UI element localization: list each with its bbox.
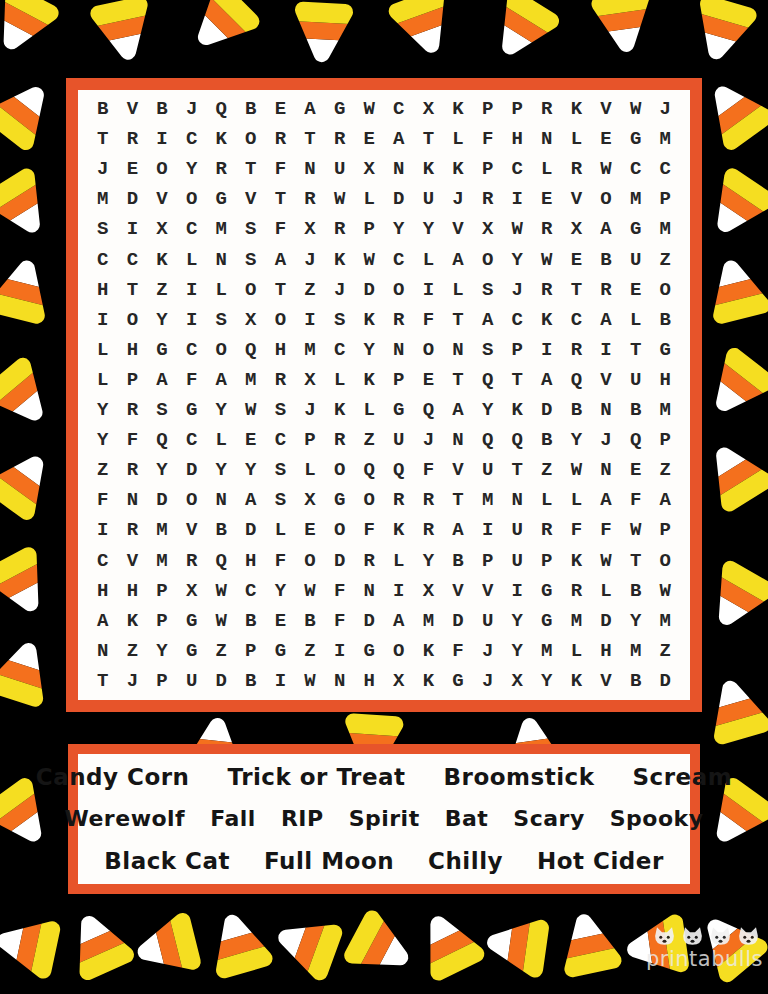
grid-cell-r10-c4: F <box>177 365 207 395</box>
grid-cell-r18-c16: G <box>532 606 562 636</box>
dog-icon <box>708 924 733 949</box>
grid-cell-r5-c1: S <box>88 214 118 244</box>
grid-cell-r16-c4: R <box>177 546 207 576</box>
candy-corn-icon <box>0 252 59 333</box>
word-item: Werewolf <box>64 806 185 831</box>
grid-cell-r15-c1: I <box>88 515 118 545</box>
grid-cell-r7-c6: O <box>236 275 266 305</box>
grid-cell-r10-c13: T <box>443 365 473 395</box>
candy-corn-icon <box>200 905 278 987</box>
grid-cell-r18-c19: Y <box>621 606 651 636</box>
word-item: Broomstick <box>444 764 595 790</box>
grid-cell-r17-c9: F <box>325 576 355 606</box>
grid-cell-r3-c9: U <box>325 154 355 184</box>
grid-cell-r13-c20: Z <box>650 455 680 485</box>
grid-cell-r8-c18: A <box>591 305 621 335</box>
grid-cell-r9-c6: Q <box>236 335 266 365</box>
grid-cell-r14-c7: S <box>266 485 296 515</box>
grid-cell-r6-c1: C <box>88 245 118 275</box>
word-item: Spooky <box>610 806 704 831</box>
grid-cell-r5-c11: Y <box>384 214 414 244</box>
grid-cell-r5-c10: P <box>354 214 384 244</box>
grid-cell-r10-c10: K <box>354 365 384 395</box>
grid-cell-r9-c14: S <box>473 335 503 365</box>
grid-cell-r20-c3: P <box>147 666 177 696</box>
grid-cell-r5-c5: M <box>206 214 236 244</box>
dog-icon <box>652 924 677 949</box>
grid-cell-r10-c9: L <box>325 365 355 395</box>
grid-cell-r19-c18: H <box>591 636 621 666</box>
grid-cell-r15-c10: F <box>354 515 384 545</box>
grid-cell-r6-c6: S <box>236 245 266 275</box>
grid-cell-r19-c5: Z <box>206 636 236 666</box>
grid-cell-r12-c15: Q <box>502 425 532 455</box>
candy-corn-icon <box>382 0 464 65</box>
word-bank: Candy CornTrick or TreatBroomstickScream… <box>68 744 700 894</box>
grid-cell-r11-c18: N <box>591 395 621 425</box>
grid-cell-r5-c14: X <box>473 214 503 244</box>
grid-cell-r18-c18: D <box>591 606 621 636</box>
grid-cell-r7-c10: D <box>354 275 384 305</box>
grid-cell-r16-c14: P <box>473 546 503 576</box>
grid-cell-r8-c5: S <box>206 305 236 335</box>
grid-cell-r7-c9: J <box>325 275 355 305</box>
grid-cell-r11-c13: A <box>443 395 473 425</box>
grid-cell-r16-c20: O <box>650 546 680 576</box>
grid-cell-r18-c14: U <box>473 606 503 636</box>
grid-cell-r19-c2: Z <box>118 636 148 666</box>
grid-cell-r1-c13: K <box>443 94 473 124</box>
word-item: Spirit <box>349 806 420 831</box>
grid-cell-r15-c17: F <box>562 515 592 545</box>
grid-cell-r7-c13: L <box>443 275 473 305</box>
grid-cell-r20-c16: Y <box>532 666 562 696</box>
grid-cell-r8-c9: S <box>325 305 355 335</box>
grid-cell-r8-c20: B <box>650 305 680 335</box>
grid-cell-r14-c17: L <box>562 485 592 515</box>
grid-cell-r19-c4: G <box>177 636 207 666</box>
grid-cell-r2-c19: G <box>621 124 651 154</box>
dog-icon <box>680 924 705 949</box>
grid-cell-r19-c16: M <box>532 636 562 666</box>
grid-cell-r13-c5: Y <box>206 455 236 485</box>
grid-cell-r1-c14: P <box>473 94 503 124</box>
grid-cell-r3-c12: K <box>414 154 444 184</box>
word-bank-line-3: Black CatFull MoonChillyHot Cider <box>82 848 686 874</box>
grid-cell-r5-c19: G <box>621 214 651 244</box>
grid-cell-r9-c18: I <box>591 335 621 365</box>
grid-cell-r17-c5: W <box>206 576 236 606</box>
grid-cell-r2-c12: T <box>414 124 444 154</box>
grid-cell-r4-c4: O <box>177 184 207 214</box>
grid-cell-r5-c7: F <box>266 214 296 244</box>
grid-cell-r20-c20: D <box>650 666 680 696</box>
grid-cell-r3-c10: X <box>354 154 384 184</box>
grid-cell-r4-c14: R <box>473 184 503 214</box>
grid-cell-r20-c10: H <box>354 666 384 696</box>
grid-cell-r20-c19: B <box>621 666 651 696</box>
grid-cell-r10-c11: P <box>384 365 414 395</box>
grid-cell-r17-c4: X <box>177 576 207 606</box>
candy-corn-icon <box>694 158 768 249</box>
grid-cell-r20-c4: U <box>177 666 207 696</box>
grid-cell-r7-c5: L <box>206 275 236 305</box>
grid-cell-r4-c20: P <box>650 184 680 214</box>
candy-corn-icon <box>57 902 141 989</box>
grid-cell-r20-c8: W <box>295 666 325 696</box>
grid-cell-r8-c15: C <box>502 305 532 335</box>
grid-cell-r10-c12: E <box>414 365 444 395</box>
grid-cell-r20-c15: X <box>502 666 532 696</box>
grid-cell-r12-c16: B <box>532 425 562 455</box>
grid-cell-r5-c15: W <box>502 214 532 244</box>
grid-cell-r14-c15: N <box>502 485 532 515</box>
grid-cell-r6-c2: C <box>118 245 148 275</box>
grid-cell-r3-c14: P <box>473 154 503 184</box>
grid-cell-r14-c18: A <box>591 485 621 515</box>
grid-cell-r15-c6: D <box>236 515 266 545</box>
grid-cell-r17-c8: W <box>295 576 325 606</box>
grid-cell-r6-c12: L <box>414 245 444 275</box>
grid-cell-r8-c19: L <box>621 305 651 335</box>
grid-cell-r18-c15: Y <box>502 606 532 636</box>
grid-cell-r14-c3: D <box>147 485 177 515</box>
grid-cell-r9-c19: T <box>621 335 651 365</box>
grid-cell-r8-c11: R <box>384 305 414 335</box>
grid-cell-r2-c5: K <box>206 124 236 154</box>
grid-cell-r19-c15: Y <box>502 636 532 666</box>
grid-cell-r18-c6: B <box>236 606 266 636</box>
grid-cell-r18-c4: G <box>177 606 207 636</box>
grid-cell-r18-c13: D <box>443 606 473 636</box>
dog-icon <box>736 924 761 949</box>
grid-cell-r16-c6: H <box>236 546 266 576</box>
grid-cell-r12-c6: E <box>236 425 266 455</box>
grid-cell-r10-c15: T <box>502 365 532 395</box>
grid-cell-r8-c6: X <box>236 305 266 335</box>
grid-cell-r7-c4: I <box>177 275 207 305</box>
grid-cell-r4-c17: V <box>562 184 592 214</box>
grid-cell-r14-c9: G <box>325 485 355 515</box>
grid-cell-r11-c6: W <box>236 395 266 425</box>
grid-cell-r6-c5: N <box>206 245 236 275</box>
grid-cell-r6-c17: E <box>562 245 592 275</box>
grid-cell-r2-c8: T <box>295 124 325 154</box>
grid-cell-r11-c7: S <box>266 395 296 425</box>
grid-cell-r6-c20: Z <box>650 245 680 275</box>
grid-cell-r4-c16: E <box>532 184 562 214</box>
grid-cell-r15-c11: K <box>384 515 414 545</box>
grid-cell-r7-c7: T <box>266 275 296 305</box>
grid-cell-r12-c14: Q <box>473 425 503 455</box>
grid-cell-r11-c10: L <box>354 395 384 425</box>
grid-cell-r14-c14: M <box>473 485 503 515</box>
grid-cell-r2-c10: E <box>354 124 384 154</box>
grid-cell-r19-c7: G <box>266 636 296 666</box>
grid-cell-r5-c9: R <box>325 214 355 244</box>
grid-cell-r3-c8: N <box>295 154 325 184</box>
grid-cell-r11-c3: S <box>147 395 177 425</box>
grid-cell-r1-c3: B <box>147 94 177 124</box>
grid-cell-r14-c20: A <box>650 485 680 515</box>
grid-cell-r1-c19: W <box>621 94 651 124</box>
grid-cell-r19-c3: Y <box>147 636 177 666</box>
grid-cell-r1-c7: E <box>266 94 296 124</box>
grid-cell-r6-c9: K <box>325 245 355 275</box>
grid-cell-r17-c2: H <box>118 576 148 606</box>
grid-cell-r14-c19: F <box>621 485 651 515</box>
grid-cell-r8-c17: C <box>562 305 592 335</box>
candy-corn-icon <box>0 68 66 160</box>
grid-cell-r2-c20: M <box>650 124 680 154</box>
grid-cell-r2-c14: F <box>473 124 503 154</box>
grid-cell-r17-c16: G <box>532 576 562 606</box>
grid-cell-r12-c8: P <box>295 425 325 455</box>
grid-cell-r9-c17: R <box>562 335 592 365</box>
grid-cell-r7-c1: H <box>88 275 118 305</box>
grid-cell-r8-c2: O <box>118 305 148 335</box>
grid-cell-r13-c4: D <box>177 455 207 485</box>
grid-cell-r3-c3: O <box>147 154 177 184</box>
grid-cell-r1-c4: J <box>177 94 207 124</box>
grid-cell-r5-c18: A <box>591 214 621 244</box>
grid-cell-r16-c5: Q <box>206 546 236 576</box>
grid-cell-r5-c20: M <box>650 214 680 244</box>
grid-cell-r20-c18: V <box>591 666 621 696</box>
grid-cell-r19-c9: I <box>325 636 355 666</box>
grid-cell-r1-c9: G <box>325 94 355 124</box>
grid-cell-r13-c7: S <box>266 455 296 485</box>
grid-cell-r4-c1: M <box>88 184 118 214</box>
grid-cell-r20-c12: K <box>414 666 444 696</box>
grid-cell-r3-c4: Y <box>177 154 207 184</box>
grid-cell-r17-c12: X <box>414 576 444 606</box>
grid-cell-r2-c2: R <box>118 124 148 154</box>
grid-cell-r16-c15: U <box>502 546 532 576</box>
candy-corn-icon <box>177 0 269 66</box>
grid-cell-r19-c20: Z <box>650 636 680 666</box>
grid-cell-r18-c17: M <box>562 606 592 636</box>
grid-cell-r2-c13: L <box>443 124 473 154</box>
grid-cell-r14-c4: O <box>177 485 207 515</box>
grid-cell-r17-c10: N <box>354 576 384 606</box>
letter-grid: BVBJQBEAGWCXKPPRKVWJTRICKORTREATLFHNLEGM… <box>78 90 690 700</box>
grid-cell-r17-c3: P <box>147 576 177 606</box>
grid-cell-r7-c8: Z <box>295 275 325 305</box>
grid-cell-r4-c10: L <box>354 184 384 214</box>
grid-cell-r16-c9: D <box>325 546 355 576</box>
grid-cell-r10-c18: V <box>591 365 621 395</box>
grid-cell-r13-c16: Z <box>532 455 562 485</box>
grid-cell-r4-c18: O <box>591 184 621 214</box>
grid-cell-r1-c5: Q <box>206 94 236 124</box>
grid-cell-r18-c9: F <box>325 606 355 636</box>
grid-cell-r15-c12: R <box>414 515 444 545</box>
grid-cell-r11-c11: G <box>384 395 414 425</box>
grid-cell-r4-c2: D <box>118 184 148 214</box>
grid-cell-r3-c16: L <box>532 154 562 184</box>
grid-cell-r9-c20: G <box>650 335 680 365</box>
grid-cell-r11-c2: R <box>118 395 148 425</box>
grid-cell-r13-c17: W <box>562 455 592 485</box>
grid-cell-r9-c9: C <box>325 335 355 365</box>
grid-cell-r9-c10: Y <box>354 335 384 365</box>
grid-cell-r17-c18: L <box>591 576 621 606</box>
grid-cell-r20-c11: X <box>384 666 414 696</box>
grid-cell-r19-c14: J <box>473 636 503 666</box>
word-bank-line-2: WerewolfFallRIPSpiritBatScarySpooky <box>82 806 686 831</box>
grid-cell-r3-c18: W <box>591 154 621 184</box>
grid-cell-r10-c19: U <box>621 365 651 395</box>
grid-cell-r19-c11: O <box>384 636 414 666</box>
grid-cell-r18-c7: E <box>266 606 296 636</box>
grid-cell-r9-c13: N <box>443 335 473 365</box>
grid-cell-r6-c19: U <box>621 245 651 275</box>
grid-cell-r13-c6: Y <box>236 455 266 485</box>
grid-cell-r11-c19: B <box>621 395 651 425</box>
grid-cell-r10-c1: L <box>88 365 118 395</box>
grid-cell-r7-c11: O <box>384 275 414 305</box>
grid-cell-r1-c8: A <box>295 94 325 124</box>
grid-cell-r14-c11: R <box>384 485 414 515</box>
grid-cell-r6-c13: A <box>443 245 473 275</box>
grid-cell-r12-c10: Z <box>354 425 384 455</box>
grid-cell-r13-c1: Z <box>88 455 118 485</box>
grid-cell-r10-c17: Q <box>562 365 592 395</box>
grid-cell-r9-c1: L <box>88 335 118 365</box>
grid-cell-r2-c17: L <box>562 124 592 154</box>
grid-cell-r15-c19: W <box>621 515 651 545</box>
grid-cell-r20-c1: T <box>88 666 118 696</box>
grid-cell-r11-c20: M <box>650 395 680 425</box>
grid-cell-r12-c9: R <box>325 425 355 455</box>
grid-cell-r19-c1: N <box>88 636 118 666</box>
grid-cell-r14-c10: O <box>354 485 384 515</box>
grid-cell-r5-c8: X <box>295 214 325 244</box>
grid-cell-r13-c13: V <box>443 455 473 485</box>
grid-cell-r15-c7: L <box>266 515 296 545</box>
grid-cell-r1-c6: B <box>236 94 266 124</box>
word-item: Trick or Treat <box>227 764 405 790</box>
grid-cell-r8-c3: Y <box>147 305 177 335</box>
grid-cell-r7-c19: E <box>621 275 651 305</box>
grid-cell-r3-c15: C <box>502 154 532 184</box>
candy-corn-icon <box>406 902 492 990</box>
grid-cell-r15-c3: M <box>147 515 177 545</box>
candy-corn-icon <box>0 438 66 529</box>
grid-cell-r6-c14: O <box>473 245 503 275</box>
grid-cell-r13-c15: T <box>502 455 532 485</box>
grid-cell-r17-c15: I <box>502 576 532 606</box>
grid-cell-r11-c14: Y <box>473 395 503 425</box>
grid-cell-r2-c6: O <box>236 124 266 154</box>
grid-cell-r16-c18: W <box>591 546 621 576</box>
grid-cell-r14-c8: X <box>295 485 325 515</box>
grid-cell-r16-c2: V <box>118 546 148 576</box>
candy-corn-icon <box>479 0 568 71</box>
grid-cell-r14-c1: F <box>88 485 118 515</box>
grid-cell-r16-c10: R <box>354 546 384 576</box>
candy-corn-icon <box>0 159 63 250</box>
grid-cell-r12-c7: C <box>266 425 296 455</box>
grid-cell-r15-c18: F <box>591 515 621 545</box>
grid-cell-r18-c1: A <box>88 606 118 636</box>
grid-cell-r9-c15: P <box>502 335 532 365</box>
grid-cell-r4-c11: D <box>384 184 414 214</box>
grid-cell-r19-c6: P <box>236 636 266 666</box>
word-item: Fall <box>210 806 256 831</box>
grid-cell-r9-c16: I <box>532 335 562 365</box>
grid-cell-r1-c12: X <box>414 94 444 124</box>
word-item: Scream <box>633 764 733 790</box>
grid-cell-r12-c17: Y <box>562 425 592 455</box>
grid-cell-r5-c6: S <box>236 214 266 244</box>
grid-cell-r8-c12: F <box>414 305 444 335</box>
grid-cell-r20-c6: B <box>236 666 266 696</box>
grid-cell-r4-c5: G <box>206 184 236 214</box>
word-bank-line-1: Candy CornTrick or TreatBroomstickScream <box>82 764 686 790</box>
grid-cell-r11-c4: G <box>177 395 207 425</box>
grid-cell-r17-c6: C <box>236 576 266 606</box>
grid-cell-r1-c2: V <box>118 94 148 124</box>
grid-cell-r8-c13: T <box>443 305 473 335</box>
grid-cell-r18-c2: K <box>118 606 148 636</box>
grid-cell-r11-c5: Y <box>206 395 236 425</box>
grid-cell-r1-c1: B <box>88 94 118 124</box>
grid-cell-r11-c8: J <box>295 395 325 425</box>
grid-cell-r16-c16: P <box>532 546 562 576</box>
grid-cell-r7-c16: R <box>532 275 562 305</box>
grid-cell-r6-c3: K <box>147 245 177 275</box>
grid-cell-r10-c5: A <box>206 365 236 395</box>
grid-cell-r18-c10: D <box>354 606 384 636</box>
grid-cell-r10-c20: H <box>650 365 680 395</box>
candy-corn-icon <box>552 906 627 985</box>
grid-cell-r17-c19: B <box>621 576 651 606</box>
grid-cell-r1-c17: K <box>562 94 592 124</box>
grid-cell-r6-c16: W <box>532 245 562 275</box>
grid-cell-r9-c12: O <box>414 335 444 365</box>
grid-cell-r20-c17: K <box>562 666 592 696</box>
candy-corn-icon <box>266 905 351 987</box>
grid-cell-r14-c12: R <box>414 485 444 515</box>
grid-cell-r8-c1: I <box>88 305 118 335</box>
grid-cell-r3-c19: C <box>621 154 651 184</box>
candy-corn-icon <box>290 0 355 66</box>
grid-cell-r4-c12: U <box>414 184 444 214</box>
grid-cell-r13-c14: U <box>473 455 503 485</box>
grid-cell-r9-c7: H <box>266 335 296 365</box>
candy-corn-icon <box>695 551 768 641</box>
puzzle-board-frame: BVBJQBEAGWCXKPPRKVWJTRICKORTREATLFHNLEGM… <box>66 78 702 712</box>
grid-cell-r20-c14: J <box>473 666 503 696</box>
grid-cell-r3-c6: T <box>236 154 266 184</box>
grid-cell-r12-c11: U <box>384 425 414 455</box>
grid-cell-r18-c12: M <box>414 606 444 636</box>
grid-cell-r3-c5: R <box>206 154 236 184</box>
grid-cell-r15-c20: P <box>650 515 680 545</box>
grid-cell-r4-c19: M <box>621 184 651 214</box>
grid-cell-r8-c10: K <box>354 305 384 335</box>
grid-cell-r15-c13: A <box>443 515 473 545</box>
watermark-text: printabulls <box>646 949 763 969</box>
grid-cell-r8-c8: I <box>295 305 325 335</box>
grid-cell-r17-c11: I <box>384 576 414 606</box>
grid-cell-r7-c20: O <box>650 275 680 305</box>
grid-cell-r11-c1: Y <box>88 395 118 425</box>
grid-cell-r8-c16: K <box>532 305 562 335</box>
grid-cell-r7-c12: I <box>414 275 444 305</box>
